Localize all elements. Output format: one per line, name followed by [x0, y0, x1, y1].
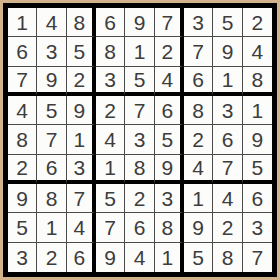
cell-r5c1[interactable]: 8: [8, 125, 37, 154]
cell-r5c7[interactable]: 2: [184, 125, 213, 154]
cell-r2c3[interactable]: 5: [67, 37, 96, 66]
cell-r9c5[interactable]: 4: [125, 243, 154, 272]
cell-r6c4[interactable]: 1: [96, 155, 125, 184]
cell-r5c4[interactable]: 4: [96, 125, 125, 154]
cell-r3c5[interactable]: 5: [125, 67, 154, 96]
cell-r1c7[interactable]: 3: [184, 8, 213, 37]
cell-r5c9[interactable]: 9: [243, 125, 272, 154]
cell-r6c2[interactable]: 6: [37, 155, 66, 184]
cell-r4c9[interactable]: 1: [243, 96, 272, 125]
cell-r7c4[interactable]: 5: [96, 184, 125, 213]
cell-r4c3[interactable]: 9: [67, 96, 96, 125]
cell-r2c1[interactable]: 6: [8, 37, 37, 66]
cell-r2c8[interactable]: 9: [213, 37, 242, 66]
cell-r6c5[interactable]: 8: [125, 155, 154, 184]
cell-r2c5[interactable]: 1: [125, 37, 154, 66]
cell-r8c9[interactable]: 3: [243, 213, 272, 242]
cell-r5c3[interactable]: 1: [67, 125, 96, 154]
cell-r9c2[interactable]: 2: [37, 243, 66, 272]
cell-r1c4[interactable]: 6: [96, 8, 125, 37]
cell-r2c7[interactable]: 7: [184, 37, 213, 66]
cell-r5c8[interactable]: 6: [213, 125, 242, 154]
cell-r4c5[interactable]: 7: [125, 96, 154, 125]
cell-r3c9[interactable]: 8: [243, 67, 272, 96]
cell-r3c1[interactable]: 7: [8, 67, 37, 96]
cell-r4c8[interactable]: 3: [213, 96, 242, 125]
cell-r1c5[interactable]: 9: [125, 8, 154, 37]
cell-r3c7[interactable]: 6: [184, 67, 213, 96]
cell-r1c2[interactable]: 4: [37, 8, 66, 37]
cell-r5c2[interactable]: 7: [37, 125, 66, 154]
cell-r9c9[interactable]: 7: [243, 243, 272, 272]
cell-r7c1[interactable]: 9: [8, 184, 37, 213]
cell-r3c2[interactable]: 9: [37, 67, 66, 96]
cell-r7c8[interactable]: 4: [213, 184, 242, 213]
cell-r4c4[interactable]: 2: [96, 96, 125, 125]
cell-r3c4[interactable]: 3: [96, 67, 125, 96]
cell-r1c8[interactable]: 5: [213, 8, 242, 37]
cell-r7c2[interactable]: 8: [37, 184, 66, 213]
cell-r7c7[interactable]: 1: [184, 184, 213, 213]
cell-r7c5[interactable]: 2: [125, 184, 154, 213]
cell-r2c4[interactable]: 8: [96, 37, 125, 66]
cell-r9c6[interactable]: 1: [155, 243, 184, 272]
cell-r2c6[interactable]: 2: [155, 37, 184, 66]
cell-r6c3[interactable]: 3: [67, 155, 96, 184]
cell-r9c8[interactable]: 8: [213, 243, 242, 272]
cell-r5c6[interactable]: 5: [155, 125, 184, 154]
cell-r3c3[interactable]: 2: [67, 67, 96, 96]
cell-r9c7[interactable]: 5: [184, 243, 213, 272]
cell-r4c1[interactable]: 4: [8, 96, 37, 125]
cell-r9c3[interactable]: 6: [67, 243, 96, 272]
cell-r8c5[interactable]: 6: [125, 213, 154, 242]
cell-r3c8[interactable]: 1: [213, 67, 242, 96]
cell-r8c4[interactable]: 7: [96, 213, 125, 242]
cell-r8c8[interactable]: 2: [213, 213, 242, 242]
sudoku-board: 1486973526358127947923546184592768318714…: [3, 3, 277, 277]
cell-r4c2[interactable]: 5: [37, 96, 66, 125]
cell-r2c2[interactable]: 3: [37, 37, 66, 66]
cell-r1c1[interactable]: 1: [8, 8, 37, 37]
cell-r6c6[interactable]: 9: [155, 155, 184, 184]
cell-r8c6[interactable]: 8: [155, 213, 184, 242]
cell-r6c8[interactable]: 7: [213, 155, 242, 184]
cell-r1c3[interactable]: 8: [67, 8, 96, 37]
cell-r3c6[interactable]: 4: [155, 67, 184, 96]
cell-r2c9[interactable]: 4: [243, 37, 272, 66]
cell-r8c2[interactable]: 1: [37, 213, 66, 242]
cell-r9c4[interactable]: 9: [96, 243, 125, 272]
cell-r7c6[interactable]: 3: [155, 184, 184, 213]
cell-r6c9[interactable]: 5: [243, 155, 272, 184]
cell-r1c6[interactable]: 7: [155, 8, 184, 37]
cell-r7c3[interactable]: 7: [67, 184, 96, 213]
cell-r8c3[interactable]: 4: [67, 213, 96, 242]
cell-r8c7[interactable]: 9: [184, 213, 213, 242]
cell-r6c7[interactable]: 4: [184, 155, 213, 184]
cell-r9c1[interactable]: 3: [8, 243, 37, 272]
cell-r4c6[interactable]: 6: [155, 96, 184, 125]
cell-r5c5[interactable]: 3: [125, 125, 154, 154]
cell-r8c1[interactable]: 5: [8, 213, 37, 242]
cell-r4c7[interactable]: 8: [184, 96, 213, 125]
page-background: 1486973526358127947923546184592768318714…: [0, 0, 280, 280]
cell-r6c1[interactable]: 2: [8, 155, 37, 184]
cell-r7c9[interactable]: 6: [243, 184, 272, 213]
cell-r1c9[interactable]: 2: [243, 8, 272, 37]
